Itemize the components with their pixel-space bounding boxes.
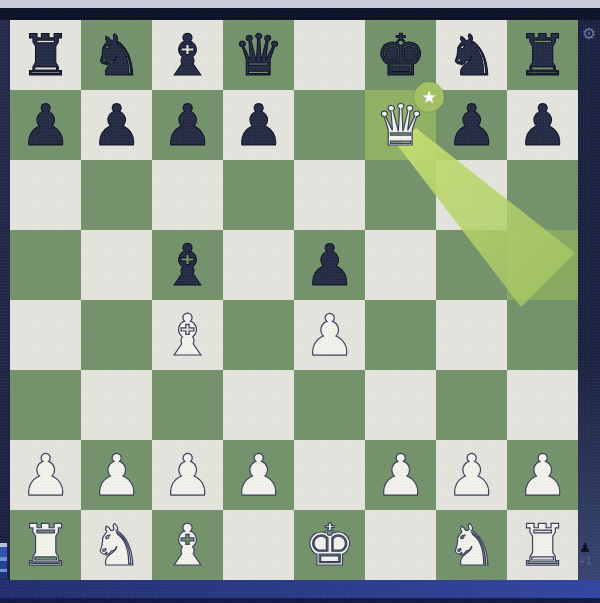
right-bezel: [578, 20, 600, 580]
square-e3[interactable]: [294, 370, 365, 440]
left-edge-window-icon: [0, 543, 7, 579]
piece-black-pawn-d7[interactable]: ♟: [223, 90, 294, 160]
square-g4[interactable]: [436, 300, 507, 370]
square-d3[interactable]: [223, 370, 294, 440]
piece-black-pawn-e5[interactable]: ♟: [294, 230, 365, 300]
material-score: +1: [572, 555, 598, 567]
piece-white-bishop-c4[interactable]: ♝: [152, 300, 223, 370]
gear-icon[interactable]: ⚙: [578, 24, 600, 44]
piece-white-rook-h1[interactable]: ♜: [507, 510, 578, 580]
square-g5[interactable]: [436, 230, 507, 300]
square-f5[interactable]: [365, 230, 436, 300]
screen-photo: ♜♞♝♛♚♞♜♟♟♟♟♛♟♟♝♟♝♟♟♟♟♟♟♟♟♜♞♝♚♞♜ ★ ⚙ ♟ +1: [0, 0, 600, 603]
square-g6[interactable]: [436, 160, 507, 230]
piece-black-bishop-c8[interactable]: ♝: [152, 20, 223, 90]
piece-black-knight-g8[interactable]: ♞: [436, 20, 507, 90]
piece-black-pawn-b7[interactable]: ♟: [81, 90, 152, 160]
square-e8[interactable]: [294, 20, 365, 90]
square-h6[interactable]: [507, 160, 578, 230]
square-b5[interactable]: [81, 230, 152, 300]
square-e6[interactable]: [294, 160, 365, 230]
piece-white-rook-a1[interactable]: ♜: [10, 510, 81, 580]
chess-board[interactable]: ♜♞♝♛♚♞♜♟♟♟♟♛♟♟♝♟♝♟♟♟♟♟♟♟♟♜♞♝♚♞♜ ★: [10, 20, 578, 580]
square-e7[interactable]: [294, 90, 365, 160]
square-h3[interactable]: [507, 370, 578, 440]
square-h4[interactable]: [507, 300, 578, 370]
square-h5[interactable]: [507, 230, 578, 300]
square-a3[interactable]: [10, 370, 81, 440]
piece-white-knight-b1[interactable]: ♞: [81, 510, 152, 580]
piece-black-knight-b8[interactable]: ♞: [81, 20, 152, 90]
square-f6[interactable]: [365, 160, 436, 230]
captured-pieces-tray: ♟ +1: [572, 540, 598, 567]
square-b4[interactable]: [81, 300, 152, 370]
square-d1[interactable]: [223, 510, 294, 580]
square-g3[interactable]: [436, 370, 507, 440]
square-f1[interactable]: [365, 510, 436, 580]
piece-white-king-e1[interactable]: ♚: [294, 510, 365, 580]
square-d6[interactable]: [223, 160, 294, 230]
piece-white-knight-g1[interactable]: ♞: [436, 510, 507, 580]
piece-black-rook-h8[interactable]: ♜: [507, 20, 578, 90]
captured-pawn-icon: ♟: [572, 540, 598, 555]
best-move-star-badge: ★: [414, 82, 444, 112]
piece-white-pawn-f2[interactable]: ♟: [365, 440, 436, 510]
piece-white-pawn-b2[interactable]: ♟: [81, 440, 152, 510]
piece-white-pawn-e4[interactable]: ♟: [294, 300, 365, 370]
square-f3[interactable]: [365, 370, 436, 440]
square-f4[interactable]: [365, 300, 436, 370]
square-c6[interactable]: [152, 160, 223, 230]
piece-black-pawn-a7[interactable]: ♟: [10, 90, 81, 160]
piece-black-king-f8[interactable]: ♚: [365, 20, 436, 90]
square-a5[interactable]: [10, 230, 81, 300]
piece-black-pawn-c7[interactable]: ♟: [152, 90, 223, 160]
square-d4[interactable]: [223, 300, 294, 370]
left-bezel: [0, 20, 10, 580]
piece-white-pawn-h2[interactable]: ♟: [507, 440, 578, 510]
piece-white-bishop-c1[interactable]: ♝: [152, 510, 223, 580]
screen-top-edge: [0, 0, 600, 8]
square-d5[interactable]: [223, 230, 294, 300]
piece-white-pawn-a2[interactable]: ♟: [10, 440, 81, 510]
piece-black-rook-a8[interactable]: ♜: [10, 20, 81, 90]
square-c3[interactable]: [152, 370, 223, 440]
piece-white-pawn-g2[interactable]: ♟: [436, 440, 507, 510]
piece-white-pawn-d2[interactable]: ♟: [223, 440, 294, 510]
piece-black-pawn-h7[interactable]: ♟: [507, 90, 578, 160]
square-a4[interactable]: [10, 300, 81, 370]
bottom-blue-bar: [0, 580, 600, 603]
square-b3[interactable]: [81, 370, 152, 440]
square-b6[interactable]: [81, 160, 152, 230]
piece-black-pawn-g7[interactable]: ♟: [436, 90, 507, 160]
piece-white-pawn-c2[interactable]: ♟: [152, 440, 223, 510]
square-a6[interactable]: [10, 160, 81, 230]
square-e2[interactable]: [294, 440, 365, 510]
top-bezel: [0, 8, 600, 20]
piece-black-bishop-c5[interactable]: ♝: [152, 230, 223, 300]
piece-black-queen-d8[interactable]: ♛: [223, 20, 294, 90]
